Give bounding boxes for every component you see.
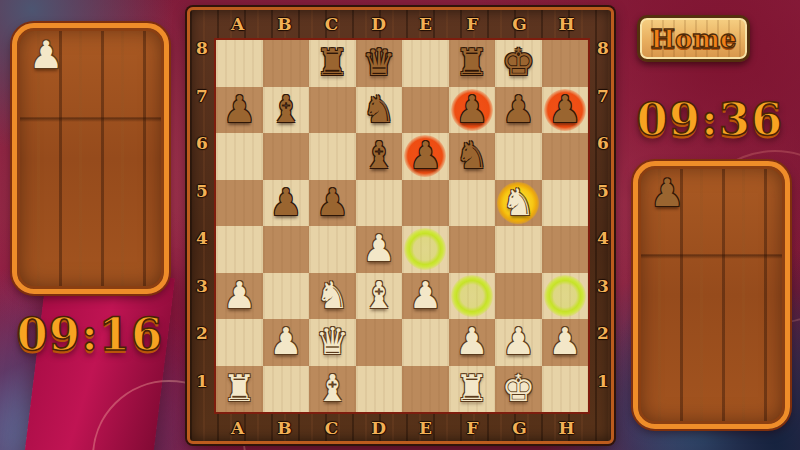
- coord-label: 8: [597, 38, 609, 86]
- square-f8[interactable]: ♜: [449, 40, 496, 87]
- left-capture-tray: ♟: [12, 23, 169, 294]
- square-g7[interactable]: ♟: [495, 87, 542, 134]
- white-pawn: ♟: [455, 319, 488, 365]
- white-pawn: ♟: [548, 319, 581, 365]
- coord-label: D: [355, 14, 402, 34]
- white-rook: ♜: [223, 366, 256, 412]
- square-d4[interactable]: ♟: [356, 226, 403, 273]
- square-b3[interactable]: [263, 273, 310, 320]
- square-e6[interactable]: ♟: [402, 133, 449, 180]
- square-g2[interactable]: ♟: [495, 319, 542, 366]
- square-c4[interactable]: [309, 226, 356, 273]
- square-e2[interactable]: [402, 319, 449, 366]
- coord-label: 1: [597, 371, 609, 419]
- square-d7[interactable]: ♞: [356, 87, 403, 134]
- square-d8[interactable]: ♛: [356, 40, 403, 87]
- black-queen: ♛: [362, 40, 395, 86]
- coord-label: G: [496, 14, 543, 34]
- white-king: ♚: [502, 366, 535, 412]
- ranks-right: 87654321: [592, 38, 614, 418]
- board-squares: ♜♛♜♚♟♝♞♟♟♟♝♟♞♟♟♞♟♟♞♝♟♟♛♟♟♟♜♝♜♚: [214, 38, 590, 414]
- files-bottom: ABCDEFGH: [214, 416, 590, 440]
- square-c1[interactable]: ♝: [309, 366, 356, 413]
- black-rook: ♜: [316, 40, 349, 86]
- white-pawn: ♟: [502, 319, 535, 365]
- right-clock: 09:36: [625, 93, 795, 146]
- coord-label: F: [449, 418, 496, 438]
- square-a6[interactable]: [216, 133, 263, 180]
- coord-label: 4: [196, 228, 208, 276]
- coord-label: 3: [196, 276, 208, 324]
- black-pawn: ♟: [223, 87, 256, 133]
- square-b6[interactable]: [263, 133, 310, 180]
- white-knight: ♞: [316, 273, 349, 319]
- square-d6[interactable]: ♝: [356, 133, 403, 180]
- square-a7[interactable]: ♟: [216, 87, 263, 134]
- coord-label: 5: [196, 181, 208, 229]
- coord-label: 8: [196, 38, 208, 86]
- black-knight: ♞: [362, 87, 395, 133]
- square-e5[interactable]: [402, 180, 449, 227]
- square-b8[interactable]: [263, 40, 310, 87]
- files-top: ABCDEFGH: [214, 12, 590, 36]
- coord-label: 1: [196, 371, 208, 419]
- square-h5[interactable]: [542, 180, 589, 227]
- coord-label: E: [402, 418, 449, 438]
- square-a2[interactable]: [216, 319, 263, 366]
- white-bishop: ♝: [362, 273, 395, 319]
- square-a1[interactable]: ♜: [216, 366, 263, 413]
- coord-label: G: [496, 418, 543, 438]
- coord-label: 6: [196, 133, 208, 181]
- square-f3[interactable]: [449, 273, 496, 320]
- square-g8[interactable]: ♚: [495, 40, 542, 87]
- square-h3[interactable]: [542, 273, 589, 320]
- square-f5[interactable]: [449, 180, 496, 227]
- black-pawn: ♟: [548, 87, 581, 133]
- black-pawn: ♟: [455, 87, 488, 133]
- square-b4[interactable]: [263, 226, 310, 273]
- square-h8[interactable]: [542, 40, 589, 87]
- square-a8[interactable]: [216, 40, 263, 87]
- white-knight: ♞: [502, 180, 535, 226]
- square-e7[interactable]: [402, 87, 449, 134]
- coord-label: H: [543, 418, 590, 438]
- square-h1[interactable]: [542, 366, 589, 413]
- white-pawn: ♟: [269, 319, 302, 365]
- square-f7[interactable]: ♟: [449, 87, 496, 134]
- black-pawn: ♟: [316, 180, 349, 226]
- square-c6[interactable]: [309, 133, 356, 180]
- square-e3[interactable]: ♟: [402, 273, 449, 320]
- coord-label: A: [214, 14, 261, 34]
- right-capture-tray: ♟: [633, 161, 790, 429]
- coord-label: E: [402, 14, 449, 34]
- square-d5[interactable]: [356, 180, 403, 227]
- coord-label: 5: [597, 181, 609, 229]
- coord-label: H: [543, 14, 590, 34]
- square-c2[interactable]: ♛: [309, 319, 356, 366]
- coord-label: 7: [597, 86, 609, 134]
- coord-label: C: [308, 418, 355, 438]
- square-g6[interactable]: [495, 133, 542, 180]
- square-a4[interactable]: [216, 226, 263, 273]
- square-a5[interactable]: [216, 180, 263, 227]
- square-d3[interactable]: ♝: [356, 273, 403, 320]
- square-h7[interactable]: ♟: [542, 87, 589, 134]
- square-d1[interactable]: [356, 366, 403, 413]
- black-pawn: ♟: [409, 133, 442, 179]
- coord-label: 4: [597, 228, 609, 276]
- black-rook: ♜: [455, 40, 488, 86]
- square-g4[interactable]: [495, 226, 542, 273]
- move-highlight: [544, 275, 586, 317]
- coord-label: D: [355, 418, 402, 438]
- coord-label: 2: [597, 323, 609, 371]
- square-f2[interactable]: ♟: [449, 319, 496, 366]
- square-d2[interactable]: [356, 319, 403, 366]
- square-h2[interactable]: ♟: [542, 319, 589, 366]
- left-clock: 09:16: [5, 308, 175, 361]
- square-b1[interactable]: [263, 366, 310, 413]
- home-button[interactable]: Home: [637, 15, 750, 62]
- square-f4[interactable]: [449, 226, 496, 273]
- ranks-left: 87654321: [191, 38, 213, 418]
- captured-black-pawn: ♟: [650, 170, 684, 216]
- black-bishop: ♝: [269, 87, 302, 133]
- white-pawn: ♟: [362, 226, 395, 272]
- square-b2[interactable]: ♟: [263, 319, 310, 366]
- coord-label: B: [261, 418, 308, 438]
- square-g3[interactable]: [495, 273, 542, 320]
- white-pawn: ♟: [409, 273, 442, 319]
- coord-label: B: [261, 14, 308, 34]
- move-highlight: [451, 275, 493, 317]
- white-bishop: ♝: [316, 366, 349, 412]
- black-pawn: ♟: [502, 87, 535, 133]
- square-g5[interactable]: ♞: [495, 180, 542, 227]
- coord-label: C: [308, 14, 355, 34]
- move-highlight: [404, 228, 446, 270]
- black-king: ♚: [502, 40, 535, 86]
- black-knight: ♞: [455, 133, 488, 179]
- square-c3[interactable]: ♞: [309, 273, 356, 320]
- coord-label: A: [214, 418, 261, 438]
- square-f1[interactable]: ♜: [449, 366, 496, 413]
- black-bishop: ♝: [362, 133, 395, 179]
- home-button-label: Home: [651, 24, 737, 54]
- coord-label: 2: [196, 323, 208, 371]
- square-c5[interactable]: ♟: [309, 180, 356, 227]
- white-rook: ♜: [455, 366, 488, 412]
- square-c7[interactable]: [309, 87, 356, 134]
- chess-board: ABCDEFGH ABCDEFGH 87654321 87654321 ♜♛♜♚…: [187, 7, 614, 444]
- square-e4[interactable]: [402, 226, 449, 273]
- coord-label: 6: [597, 133, 609, 181]
- square-a3[interactable]: ♟: [216, 273, 263, 320]
- coord-label: 7: [196, 86, 208, 134]
- coord-label: F: [449, 14, 496, 34]
- square-f6[interactable]: ♞: [449, 133, 496, 180]
- white-pawn: ♟: [223, 273, 256, 319]
- square-e8[interactable]: [402, 40, 449, 87]
- black-pawn: ♟: [269, 180, 302, 226]
- square-e1[interactable]: [402, 366, 449, 413]
- square-g1[interactable]: ♚: [495, 366, 542, 413]
- square-b7[interactable]: ♝: [263, 87, 310, 134]
- coord-label: 3: [597, 276, 609, 324]
- square-b5[interactable]: ♟: [263, 180, 310, 227]
- square-c8[interactable]: ♜: [309, 40, 356, 87]
- square-h6[interactable]: [542, 133, 589, 180]
- white-queen: ♛: [316, 319, 349, 365]
- captured-white-pawn: ♟: [29, 32, 63, 78]
- square-h4[interactable]: [542, 226, 589, 273]
